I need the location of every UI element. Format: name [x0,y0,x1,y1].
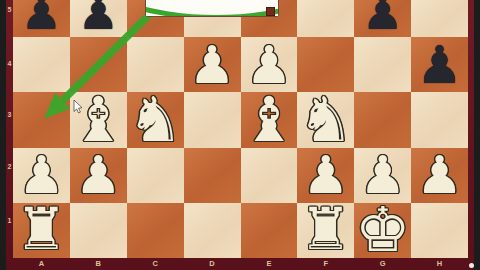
square-e3[interactable]: ♝ [241,92,298,147]
square-e2[interactable] [241,148,298,203]
black-pawn[interactable]: ♟ [78,0,119,36]
black-pawn[interactable]: ♟ [362,0,403,36]
white-pawn[interactable]: ♟ [18,149,65,201]
white-king[interactable]: ♚ [355,199,411,258]
square-d2[interactable] [184,148,241,203]
square-b5[interactable]: ♟ [70,0,127,37]
black-pawn[interactable]: ♟ [416,39,463,91]
square-d1[interactable] [184,203,241,258]
chess-app-screen: ♟♟♟♟♟♟♝♞♝♞♟♟♟♟♟♜♜♚ ABCDEFGH 54321 [0,0,480,270]
white-rook[interactable]: ♜ [15,200,67,258]
square-d4[interactable]: ♟ [184,37,241,92]
popup-dark-square-marker [266,7,275,16]
square-f1[interactable]: ♜ [297,203,354,258]
square-f3[interactable]: ♞ [297,92,354,147]
square-c3[interactable]: ♞ [127,92,184,147]
rank-label-1: 1 [5,217,14,224]
square-h3[interactable] [411,92,468,147]
file-label-b: B [70,259,127,270]
square-a5[interactable]: ♟ [13,0,70,37]
white-bishop[interactable]: ♝ [71,89,127,151]
square-g3[interactable] [354,92,411,147]
corner-dot [469,263,475,269]
file-label-h: H [411,259,468,270]
square-c2[interactable] [127,148,184,203]
square-b2[interactable]: ♟ [70,148,127,203]
square-a4[interactable] [13,37,70,92]
square-b3[interactable]: ♝ [70,92,127,147]
white-rook[interactable]: ♜ [300,200,352,258]
square-e1[interactable] [241,203,298,258]
file-label-e: E [241,259,298,270]
square-a3[interactable] [13,92,70,147]
file-label-f: F [297,259,354,270]
white-pawn[interactable]: ♟ [416,149,463,201]
square-d3[interactable] [184,92,241,147]
file-label-d: D [184,259,241,270]
white-pawn[interactable]: ♟ [303,149,350,201]
chess-board[interactable]: ♟♟♟♟♟♟♝♞♝♞♟♟♟♟♟♜♜♚ [13,0,468,258]
rank-label-4: 4 [5,60,14,67]
file-label-a: A [13,259,70,270]
white-pawn[interactable]: ♟ [189,39,236,91]
file-coordinates: ABCDEFGH [13,259,468,270]
annotation-popup-box [145,0,279,17]
square-h5[interactable] [411,0,468,37]
white-pawn[interactable]: ♟ [75,149,122,201]
square-g1[interactable]: ♚ [354,203,411,258]
white-knight[interactable]: ♞ [127,89,183,151]
file-label-g: G [354,259,411,270]
square-h2[interactable]: ♟ [411,148,468,203]
rank-label-2: 2 [5,163,14,170]
white-knight[interactable]: ♞ [298,89,354,151]
square-g4[interactable] [354,37,411,92]
square-c1[interactable] [127,203,184,258]
file-label-c: C [127,259,184,270]
square-h1[interactable] [411,203,468,258]
rank-label-5: 5 [5,6,14,13]
white-bishop[interactable]: ♝ [241,89,297,151]
square-a1[interactable]: ♜ [13,203,70,258]
square-b1[interactable] [70,203,127,258]
square-g5[interactable]: ♟ [354,0,411,37]
rank-label-3: 3 [5,111,14,118]
square-f5[interactable] [297,0,354,37]
black-pawn[interactable]: ♟ [21,0,62,36]
square-h4[interactable]: ♟ [411,37,468,92]
green-arc [145,0,279,17]
